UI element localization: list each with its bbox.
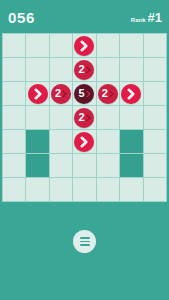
board-cell	[97, 178, 119, 201]
board-cell	[144, 130, 166, 153]
board-cell	[97, 154, 119, 177]
board-cell	[73, 178, 95, 201]
board-cell	[26, 82, 48, 105]
move-counter: 056	[8, 9, 35, 26]
board-cell	[50, 34, 72, 57]
board-cell	[73, 154, 95, 177]
board-cell	[97, 106, 119, 129]
small-chevron-right-icon	[86, 114, 91, 122]
board-cell	[50, 178, 72, 201]
piece-number: 2	[78, 112, 84, 123]
board-cell	[50, 154, 72, 177]
chevron-piece[interactable]	[121, 84, 141, 104]
board-cell	[50, 106, 72, 129]
board-cell	[3, 106, 25, 129]
board-cell: 5	[73, 82, 95, 105]
board-cell	[144, 58, 166, 81]
board-cell	[97, 34, 119, 57]
board-cell	[26, 34, 48, 57]
chevron-piece[interactable]	[74, 36, 94, 56]
board-cell	[144, 154, 166, 177]
board-cell: 2	[73, 106, 95, 129]
board-cell: 2	[73, 58, 95, 81]
rank-value: #1	[148, 10, 162, 25]
board-cell	[50, 58, 72, 81]
rank-display: Rank #1	[131, 10, 162, 25]
board-cell	[3, 82, 25, 105]
menu-button[interactable]	[73, 230, 96, 253]
board-cell	[3, 154, 25, 177]
board-cell	[50, 130, 72, 153]
game-screen: 056 Rank #1 22522	[0, 0, 169, 300]
board-cell	[144, 106, 166, 129]
small-chevron-right-icon	[109, 90, 114, 98]
small-chevron-right-icon	[86, 66, 91, 74]
numbered-piece-2[interactable]: 2	[74, 108, 94, 128]
piece-number: 2	[78, 64, 84, 75]
board-cell	[26, 178, 48, 201]
board-cell	[120, 58, 142, 81]
chevron-right-icon	[80, 136, 88, 148]
piece-number: 5	[78, 88, 84, 99]
board-cell	[120, 178, 142, 201]
board-cell	[120, 34, 142, 57]
block-cell	[120, 130, 142, 153]
board-cell	[3, 178, 25, 201]
board-cell	[26, 106, 48, 129]
block-cell	[26, 130, 48, 153]
chevron-right-icon	[127, 88, 135, 100]
chevron-right-icon	[80, 40, 88, 52]
board-cell	[144, 82, 166, 105]
board-cell	[3, 34, 25, 57]
board-cell	[73, 34, 95, 57]
board-cell	[97, 58, 119, 81]
board-cell	[73, 130, 95, 153]
board: 22522	[2, 33, 167, 202]
board-cell	[26, 58, 48, 81]
piece-number: 2	[55, 88, 61, 99]
board-cell	[120, 82, 142, 105]
numbered-piece-2[interactable]: 2	[98, 84, 118, 104]
hud-bar: 056 Rank #1	[0, 0, 169, 33]
board-cell	[3, 58, 25, 81]
board-cell: 2	[97, 82, 119, 105]
board-cell	[144, 178, 166, 201]
board-cell	[144, 34, 166, 57]
numbered-piece-2[interactable]: 2	[51, 84, 71, 104]
numbered-piece-2[interactable]: 2	[74, 60, 94, 80]
block-cell	[120, 154, 142, 177]
chevron-right-icon	[34, 88, 42, 100]
numbered-piece-5[interactable]: 5	[74, 84, 94, 104]
rank-label: Rank	[131, 17, 146, 23]
chevron-piece[interactable]	[28, 84, 48, 104]
small-chevron-right-icon	[62, 90, 67, 98]
small-chevron-right-icon	[86, 90, 91, 98]
piece-number: 2	[102, 88, 108, 99]
hamburger-menu-icon	[80, 237, 90, 239]
board-cell	[3, 130, 25, 153]
block-cell	[26, 154, 48, 177]
board-cell: 2	[50, 82, 72, 105]
chevron-piece[interactable]	[74, 132, 94, 152]
board-cell	[120, 106, 142, 129]
board-cell	[97, 130, 119, 153]
